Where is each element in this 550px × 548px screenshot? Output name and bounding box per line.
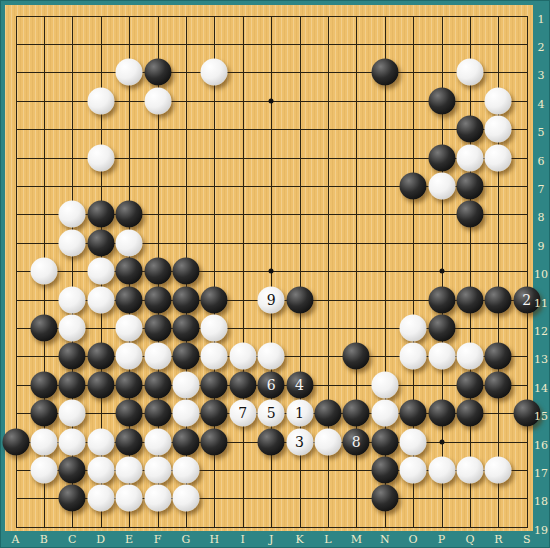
black-stone[interactable]	[456, 116, 483, 143]
move-number-label: 4	[295, 376, 304, 392]
row-label: 19	[534, 523, 548, 536]
black-stone[interactable]	[87, 371, 114, 398]
black-stone[interactable]	[116, 400, 143, 427]
black-stone[interactable]	[428, 400, 455, 427]
black-stone[interactable]	[172, 286, 199, 313]
white-stone[interactable]: 3	[286, 428, 313, 455]
white-stone[interactable]	[59, 201, 86, 228]
row-label: 4	[538, 97, 545, 110]
column-label: Q	[465, 533, 474, 546]
star-point	[439, 439, 444, 444]
white-stone[interactable]: 5	[258, 400, 285, 427]
white-stone[interactable]	[87, 428, 114, 455]
column-label: K	[295, 533, 303, 546]
black-stone[interactable]	[172, 343, 199, 370]
white-stone[interactable]	[116, 343, 143, 370]
black-stone[interactable]	[201, 371, 228, 398]
row-label: 11	[534, 296, 548, 309]
white-stone[interactable]	[428, 343, 455, 370]
star-point	[439, 269, 444, 274]
white-stone[interactable]	[116, 229, 143, 256]
column-label: G	[181, 533, 190, 546]
white-stone[interactable]	[172, 371, 199, 398]
white-stone[interactable]	[59, 229, 86, 256]
star-point	[269, 269, 274, 274]
white-stone[interactable]	[30, 456, 57, 483]
column-label: J	[269, 533, 273, 546]
white-stone[interactable]	[144, 428, 171, 455]
white-stone[interactable]	[400, 456, 427, 483]
black-stone[interactable]	[144, 286, 171, 313]
white-stone[interactable]	[116, 485, 143, 512]
move-number-label: 9	[267, 291, 276, 307]
black-stone[interactable]	[456, 286, 483, 313]
row-label: 18	[534, 495, 548, 508]
column-label: O	[409, 533, 418, 546]
black-stone[interactable]	[371, 428, 398, 455]
white-stone[interactable]	[30, 258, 57, 285]
white-stone[interactable]	[456, 144, 483, 171]
row-label: 12	[534, 324, 548, 337]
black-stone[interactable]	[456, 400, 483, 427]
row-label: 13	[534, 353, 548, 366]
black-stone[interactable]	[485, 343, 512, 370]
white-stone[interactable]	[371, 371, 398, 398]
column-label: P	[438, 533, 445, 546]
white-stone[interactable]	[144, 456, 171, 483]
black-stone[interactable]	[428, 314, 455, 341]
column-label: N	[380, 533, 390, 546]
black-stone[interactable]	[201, 428, 228, 455]
black-stone[interactable]	[172, 314, 199, 341]
black-stone[interactable]	[201, 286, 228, 313]
white-stone[interactable]	[400, 343, 427, 370]
white-stone[interactable]	[30, 428, 57, 455]
row-label: 2	[538, 40, 545, 53]
row-label: 9	[538, 239, 545, 252]
white-stone[interactable]	[229, 343, 256, 370]
black-stone[interactable]	[456, 201, 483, 228]
white-stone[interactable]	[59, 400, 86, 427]
white-stone[interactable]	[87, 87, 114, 114]
star-point	[269, 98, 274, 103]
row-label: 7	[538, 182, 545, 195]
move-number-label: 6	[267, 376, 276, 392]
go-board-frame: 926475138 Go board diagram, 19x19, moves…	[0, 0, 550, 548]
black-stone[interactable]	[116, 428, 143, 455]
column-label: B	[40, 533, 48, 546]
column-label: R	[494, 533, 502, 546]
white-stone[interactable]: 9	[258, 286, 285, 313]
black-stone[interactable]	[144, 314, 171, 341]
black-stone[interactable]: 8	[343, 428, 370, 455]
black-stone[interactable]	[428, 87, 455, 114]
black-stone[interactable]	[2, 428, 29, 455]
white-stone[interactable]	[314, 428, 341, 455]
black-stone[interactable]	[172, 428, 199, 455]
white-stone[interactable]	[87, 144, 114, 171]
white-stone[interactable]	[116, 314, 143, 341]
black-stone[interactable]	[286, 286, 313, 313]
black-stone[interactable]	[456, 371, 483, 398]
black-stone[interactable]	[116, 286, 143, 313]
row-label: 16	[534, 438, 548, 451]
black-stone[interactable]	[428, 286, 455, 313]
black-stone[interactable]	[229, 371, 256, 398]
move-number-label: 7	[238, 405, 247, 421]
black-stone[interactable]	[485, 371, 512, 398]
white-stone[interactable]	[172, 400, 199, 427]
white-stone[interactable]	[87, 286, 114, 313]
column-label: I	[241, 533, 245, 546]
black-stone[interactable]	[172, 258, 199, 285]
black-stone[interactable]	[371, 485, 398, 512]
white-stone[interactable]	[400, 314, 427, 341]
white-stone[interactable]	[456, 456, 483, 483]
column-label: H	[210, 533, 220, 546]
black-stone[interactable]	[371, 59, 398, 86]
white-stone[interactable]	[116, 456, 143, 483]
row-label: 6	[538, 154, 545, 167]
black-stone[interactable]	[30, 371, 57, 398]
black-stone[interactable]	[87, 229, 114, 256]
white-stone[interactable]	[400, 428, 427, 455]
black-stone[interactable]	[116, 201, 143, 228]
black-stone[interactable]	[30, 314, 57, 341]
white-stone[interactable]	[144, 87, 171, 114]
white-stone[interactable]	[485, 87, 512, 114]
white-stone[interactable]	[87, 258, 114, 285]
black-stone[interactable]	[428, 144, 455, 171]
black-stone[interactable]	[59, 485, 86, 512]
black-stone[interactable]	[343, 400, 370, 427]
white-stone[interactable]	[201, 343, 228, 370]
black-stone[interactable]	[314, 400, 341, 427]
white-stone[interactable]	[485, 456, 512, 483]
black-stone[interactable]	[116, 258, 143, 285]
white-stone[interactable]	[485, 144, 512, 171]
black-stone[interactable]	[116, 371, 143, 398]
white-stone[interactable]	[59, 286, 86, 313]
grid-line	[470, 16, 471, 528]
white-stone[interactable]	[172, 485, 199, 512]
black-stone[interactable]	[87, 201, 114, 228]
black-stone[interactable]	[59, 343, 86, 370]
column-label: A	[12, 533, 20, 546]
black-stone[interactable]	[201, 400, 228, 427]
move-number-label: 8	[352, 433, 361, 449]
column-label: C	[68, 533, 76, 546]
black-stone[interactable]	[485, 286, 512, 313]
row-label: 15	[534, 410, 548, 423]
white-stone[interactable]	[59, 314, 86, 341]
move-number-label: 5	[267, 405, 276, 421]
row-label: 3	[538, 69, 545, 82]
move-number-label: 1	[295, 405, 304, 421]
white-stone[interactable]	[59, 428, 86, 455]
black-stone[interactable]	[87, 343, 114, 370]
white-stone[interactable]: 7	[229, 400, 256, 427]
black-stone[interactable]	[144, 400, 171, 427]
column-label: S	[523, 533, 531, 546]
black-stone[interactable]	[400, 172, 427, 199]
move-number-label: 3	[295, 433, 304, 449]
white-stone[interactable]	[144, 485, 171, 512]
black-stone[interactable]	[59, 371, 86, 398]
white-stone[interactable]	[144, 343, 171, 370]
black-stone[interactable]	[371, 456, 398, 483]
column-label: D	[96, 533, 105, 546]
row-label: 5	[538, 126, 545, 139]
white-stone[interactable]	[258, 343, 285, 370]
white-stone[interactable]	[87, 485, 114, 512]
white-stone[interactable]	[201, 59, 228, 86]
white-stone[interactable]	[456, 59, 483, 86]
grid-line	[527, 16, 528, 528]
column-label: F	[154, 533, 162, 546]
column-label: M	[351, 533, 362, 546]
white-stone[interactable]	[172, 456, 199, 483]
black-stone[interactable]	[258, 428, 285, 455]
row-label: 1	[538, 12, 545, 25]
white-stone[interactable]: 1	[286, 400, 313, 427]
black-stone[interactable]	[30, 400, 57, 427]
black-stone[interactable]	[456, 172, 483, 199]
black-stone[interactable]	[144, 258, 171, 285]
white-stone[interactable]	[456, 343, 483, 370]
black-stone[interactable]	[343, 343, 370, 370]
white-stone[interactable]	[116, 59, 143, 86]
row-label: 10	[534, 268, 548, 281]
black-stone[interactable]	[144, 371, 171, 398]
white-stone[interactable]	[87, 456, 114, 483]
grid-line	[16, 527, 528, 528]
black-stone[interactable]	[59, 456, 86, 483]
row-label: 17	[534, 466, 548, 479]
row-label: 8	[538, 211, 545, 224]
move-number-label: 2	[522, 291, 531, 307]
white-stone[interactable]	[428, 172, 455, 199]
black-stone[interactable]: 4	[286, 371, 313, 398]
row-label: 14	[534, 381, 548, 394]
white-stone[interactable]	[485, 116, 512, 143]
white-stone[interactable]	[428, 456, 455, 483]
column-label: L	[324, 533, 331, 546]
black-stone[interactable]: 6	[258, 371, 285, 398]
black-stone[interactable]	[144, 59, 171, 86]
white-stone[interactable]	[201, 314, 228, 341]
white-stone[interactable]	[371, 400, 398, 427]
black-stone[interactable]	[400, 400, 427, 427]
column-label: E	[125, 533, 133, 546]
go-board[interactable]: 926475138	[5, 5, 533, 531]
